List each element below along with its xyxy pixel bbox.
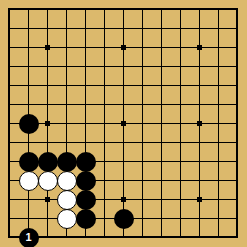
intersection[interactable] [209, 76, 228, 95]
intersection[interactable] [19, 152, 38, 171]
intersection[interactable] [76, 171, 95, 190]
intersection[interactable] [190, 133, 209, 152]
intersection[interactable] [57, 114, 76, 133]
intersection[interactable] [114, 38, 133, 57]
intersection[interactable] [228, 171, 247, 190]
black-stone [76, 209, 96, 229]
intersection[interactable] [133, 19, 152, 38]
intersection[interactable] [114, 19, 133, 38]
intersection[interactable] [95, 38, 114, 57]
intersection[interactable] [190, 95, 209, 114]
go-board: 1 [0, 0, 247, 247]
intersection[interactable] [57, 19, 76, 38]
intersection[interactable] [57, 38, 76, 57]
intersection[interactable] [209, 171, 228, 190]
intersection[interactable] [152, 152, 171, 171]
intersection[interactable] [38, 228, 57, 247]
intersection[interactable] [19, 76, 38, 95]
intersection[interactable] [57, 190, 76, 209]
intersection[interactable] [152, 0, 171, 19]
intersection[interactable] [228, 228, 247, 247]
intersection[interactable] [95, 190, 114, 209]
intersection[interactable] [209, 0, 228, 19]
intersection[interactable] [95, 209, 114, 228]
intersection[interactable] [0, 133, 19, 152]
intersection[interactable] [76, 190, 95, 209]
intersection[interactable] [38, 0, 57, 19]
intersection[interactable] [114, 209, 133, 228]
intersection[interactable] [38, 152, 57, 171]
intersection[interactable] [57, 152, 76, 171]
intersection[interactable] [190, 228, 209, 247]
intersection[interactable] [228, 19, 247, 38]
intersection[interactable] [171, 57, 190, 76]
intersection[interactable] [38, 190, 57, 209]
intersection[interactable] [171, 171, 190, 190]
intersection[interactable] [38, 38, 57, 57]
white-stone [57, 209, 77, 229]
intersection[interactable] [190, 114, 209, 133]
board-grid: 1 [0, 0, 247, 247]
intersection[interactable] [228, 76, 247, 95]
intersection[interactable] [209, 57, 228, 76]
intersection[interactable] [133, 114, 152, 133]
intersection[interactable] [171, 209, 190, 228]
intersection[interactable] [209, 228, 228, 247]
intersection[interactable] [95, 57, 114, 76]
intersection[interactable] [57, 57, 76, 76]
intersection[interactable] [133, 209, 152, 228]
intersection[interactable] [171, 133, 190, 152]
intersection[interactable] [76, 57, 95, 76]
intersection[interactable] [95, 228, 114, 247]
intersection[interactable] [152, 95, 171, 114]
intersection[interactable] [57, 228, 76, 247]
intersection[interactable] [19, 57, 38, 76]
intersection[interactable] [152, 76, 171, 95]
intersection[interactable] [114, 95, 133, 114]
intersection[interactable] [171, 190, 190, 209]
intersection[interactable] [228, 114, 247, 133]
intersection[interactable] [209, 95, 228, 114]
intersection[interactable] [133, 76, 152, 95]
intersection[interactable] [171, 38, 190, 57]
intersection[interactable] [152, 190, 171, 209]
intersection[interactable] [209, 114, 228, 133]
intersection[interactable] [38, 76, 57, 95]
intersection[interactable] [133, 57, 152, 76]
intersection[interactable] [19, 209, 38, 228]
intersection[interactable] [152, 57, 171, 76]
intersection[interactable] [190, 19, 209, 38]
intersection[interactable] [228, 133, 247, 152]
intersection[interactable] [133, 228, 152, 247]
intersection[interactable] [190, 0, 209, 19]
intersection[interactable] [0, 19, 19, 38]
intersection[interactable] [38, 114, 57, 133]
intersection[interactable] [76, 133, 95, 152]
intersection[interactable] [209, 152, 228, 171]
intersection[interactable] [114, 57, 133, 76]
intersection[interactable] [133, 152, 152, 171]
intersection[interactable] [133, 133, 152, 152]
intersection[interactable] [228, 152, 247, 171]
intersection[interactable] [95, 95, 114, 114]
intersection[interactable] [190, 76, 209, 95]
intersection[interactable] [38, 171, 57, 190]
intersection[interactable] [19, 114, 38, 133]
intersection[interactable] [0, 76, 19, 95]
intersection[interactable] [38, 19, 57, 38]
intersection[interactable] [209, 38, 228, 57]
intersection[interactable] [76, 0, 95, 19]
black-stone [19, 152, 39, 172]
intersection[interactable] [95, 133, 114, 152]
intersection[interactable] [0, 152, 19, 171]
intersection[interactable] [190, 152, 209, 171]
black-stone [76, 190, 96, 210]
intersection[interactable] [152, 171, 171, 190]
intersection[interactable] [171, 76, 190, 95]
intersection[interactable] [228, 95, 247, 114]
intersection[interactable] [114, 228, 133, 247]
black-stone [38, 152, 58, 172]
intersection[interactable] [133, 38, 152, 57]
intersection[interactable] [228, 0, 247, 19]
black-stone [76, 152, 96, 172]
black-stone: 1 [19, 228, 39, 247]
intersection[interactable] [190, 209, 209, 228]
white-stone [57, 171, 77, 191]
intersection[interactable]: 1 [19, 228, 38, 247]
intersection[interactable] [152, 133, 171, 152]
intersection[interactable] [209, 190, 228, 209]
black-stone [57, 152, 77, 172]
black-stone [19, 114, 39, 134]
intersection[interactable] [0, 95, 19, 114]
intersection[interactable] [19, 190, 38, 209]
intersection[interactable] [57, 0, 76, 19]
intersection[interactable] [209, 133, 228, 152]
intersection[interactable] [114, 171, 133, 190]
intersection[interactable] [228, 190, 247, 209]
intersection[interactable] [209, 209, 228, 228]
intersection[interactable] [95, 76, 114, 95]
intersection[interactable] [0, 209, 19, 228]
intersection[interactable] [0, 228, 19, 247]
intersection[interactable] [38, 95, 57, 114]
intersection[interactable] [190, 190, 209, 209]
intersection[interactable] [57, 95, 76, 114]
intersection[interactable] [38, 57, 57, 76]
intersection[interactable] [0, 171, 19, 190]
intersection[interactable] [38, 133, 57, 152]
white-stone [19, 171, 39, 191]
intersection[interactable] [19, 95, 38, 114]
intersection[interactable] [228, 209, 247, 228]
intersection[interactable] [19, 19, 38, 38]
intersection[interactable] [114, 76, 133, 95]
intersection[interactable] [76, 114, 95, 133]
intersection[interactable] [171, 19, 190, 38]
intersection[interactable] [76, 228, 95, 247]
intersection[interactable] [152, 228, 171, 247]
black-stone [114, 209, 134, 229]
intersection[interactable] [133, 171, 152, 190]
intersection[interactable] [152, 114, 171, 133]
intersection[interactable] [0, 114, 19, 133]
intersection[interactable] [190, 57, 209, 76]
intersection[interactable] [95, 19, 114, 38]
intersection[interactable] [171, 114, 190, 133]
intersection[interactable] [95, 171, 114, 190]
intersection[interactable] [19, 171, 38, 190]
intersection[interactable] [57, 171, 76, 190]
intersection[interactable] [0, 190, 19, 209]
white-stone [38, 171, 58, 191]
intersection[interactable] [76, 152, 95, 171]
white-stone [57, 190, 77, 210]
intersection[interactable] [209, 19, 228, 38]
intersection[interactable] [95, 0, 114, 19]
intersection[interactable] [0, 57, 19, 76]
intersection[interactable] [114, 152, 133, 171]
intersection[interactable] [171, 95, 190, 114]
intersection[interactable] [171, 0, 190, 19]
intersection[interactable] [190, 171, 209, 190]
intersection[interactable] [0, 0, 19, 19]
intersection[interactable] [152, 38, 171, 57]
intersection[interactable] [57, 133, 76, 152]
intersection[interactable] [114, 114, 133, 133]
black-stone [76, 171, 96, 191]
intersection[interactable] [190, 38, 209, 57]
intersection[interactable] [114, 0, 133, 19]
intersection[interactable] [133, 95, 152, 114]
intersection[interactable] [57, 76, 76, 95]
intersection[interactable] [152, 209, 171, 228]
intersection[interactable] [76, 38, 95, 57]
intersection[interactable] [57, 209, 76, 228]
intersection[interactable] [76, 95, 95, 114]
move-number-label: 1 [19, 228, 39, 247]
intersection[interactable] [76, 76, 95, 95]
intersection[interactable] [114, 133, 133, 152]
intersection[interactable] [228, 38, 247, 57]
intersection[interactable] [228, 57, 247, 76]
intersection[interactable] [76, 19, 95, 38]
intersection[interactable] [19, 38, 38, 57]
intersection[interactable] [19, 133, 38, 152]
intersection[interactable] [38, 209, 57, 228]
intersection[interactable] [19, 0, 38, 19]
intersection[interactable] [114, 190, 133, 209]
intersection[interactable] [171, 228, 190, 247]
intersection[interactable] [0, 38, 19, 57]
intersection[interactable] [133, 0, 152, 19]
intersection[interactable] [152, 19, 171, 38]
intersection[interactable] [133, 190, 152, 209]
intersection[interactable] [95, 114, 114, 133]
intersection[interactable] [171, 152, 190, 171]
intersection[interactable] [95, 152, 114, 171]
intersection[interactable] [76, 209, 95, 228]
